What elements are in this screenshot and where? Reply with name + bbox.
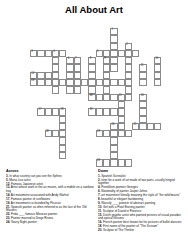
empty-region bbox=[45, 43, 52, 50]
grid-cell[interactable] bbox=[118, 130, 125, 137]
empty-region bbox=[110, 86, 117, 93]
empty-region bbox=[74, 159, 81, 166]
grid-cell[interactable]: 18 bbox=[59, 108, 66, 115]
clue-number: 17 bbox=[39, 109, 42, 112]
grid-cell[interactable] bbox=[103, 64, 110, 71]
grid-cell[interactable] bbox=[74, 72, 81, 79]
empty-region bbox=[45, 57, 52, 64]
empty-region bbox=[154, 108, 161, 115]
empty-region bbox=[45, 94, 52, 101]
empty-region bbox=[81, 130, 88, 137]
clue-number: 11 bbox=[141, 65, 144, 68]
empty-region bbox=[96, 57, 103, 64]
grid-cell[interactable] bbox=[52, 108, 59, 115]
grid-cell[interactable] bbox=[154, 64, 161, 71]
empty-region bbox=[59, 159, 66, 166]
grid-cell[interactable] bbox=[110, 50, 117, 57]
empty-region bbox=[88, 137, 95, 144]
grid-cell[interactable] bbox=[103, 72, 110, 79]
empty-region bbox=[96, 64, 103, 71]
grid-cell[interactable] bbox=[110, 137, 117, 144]
empty-region bbox=[37, 159, 44, 166]
empty-region bbox=[154, 94, 161, 101]
empty-region bbox=[103, 43, 110, 50]
grid-cell[interactable]: 9 bbox=[103, 57, 110, 64]
empty-region bbox=[37, 145, 44, 152]
empty-region bbox=[45, 152, 52, 159]
empty-region bbox=[125, 116, 132, 123]
grid-cell[interactable] bbox=[103, 108, 110, 115]
grid-cell[interactable] bbox=[88, 79, 95, 86]
empty-region bbox=[74, 108, 81, 115]
empty-region bbox=[66, 35, 73, 42]
empty-region bbox=[139, 35, 146, 42]
empty-region bbox=[37, 86, 44, 93]
clue-number: 10 bbox=[155, 58, 158, 61]
grid-cell[interactable]: 8 bbox=[88, 57, 95, 64]
grid-cell[interactable] bbox=[110, 64, 117, 71]
grid-cell[interactable] bbox=[125, 86, 132, 93]
worksheet-page: All About Art 12345678910111213141516171… bbox=[0, 0, 188, 243]
grid-cell[interactable] bbox=[125, 50, 132, 57]
empty-region bbox=[125, 145, 132, 152]
grid-cell[interactable] bbox=[132, 50, 139, 57]
empty-region bbox=[74, 28, 81, 35]
grid-cell[interactable] bbox=[118, 101, 125, 108]
grid-cell[interactable] bbox=[45, 50, 52, 57]
empty-region bbox=[118, 64, 125, 71]
empty-region bbox=[110, 72, 117, 79]
clue-number: 5 bbox=[97, 51, 98, 54]
clue-number: 7 bbox=[75, 58, 76, 61]
clue-number: 12 bbox=[31, 73, 34, 76]
empty-region bbox=[30, 57, 37, 64]
empty-region bbox=[147, 86, 154, 93]
empty-region bbox=[88, 43, 95, 50]
empty-region bbox=[110, 116, 117, 123]
grid-cell[interactable] bbox=[52, 130, 59, 137]
empty-region bbox=[52, 137, 59, 144]
grid-cell[interactable] bbox=[74, 86, 81, 93]
clue-number: 20 bbox=[112, 124, 115, 127]
grid-cell[interactable]: 5 bbox=[96, 50, 103, 57]
crossword-grid: 123456789101112131415161718192021222324 bbox=[30, 28, 161, 167]
empty-region bbox=[132, 43, 139, 50]
grid-cell[interactable] bbox=[118, 79, 125, 86]
empty-region bbox=[88, 116, 95, 123]
empty-region bbox=[66, 123, 73, 130]
grid-cell[interactable]: 2 bbox=[125, 43, 132, 50]
empty-region bbox=[118, 137, 125, 144]
grid-cell[interactable]: 24 bbox=[96, 159, 103, 166]
empty-region bbox=[139, 50, 146, 57]
empty-region bbox=[52, 94, 59, 101]
empty-region bbox=[132, 35, 139, 42]
empty-region bbox=[103, 28, 110, 35]
grid-cell[interactable] bbox=[125, 64, 132, 71]
grid-cell[interactable] bbox=[52, 57, 59, 64]
empty-region bbox=[132, 86, 139, 93]
empty-region bbox=[96, 35, 103, 42]
empty-region bbox=[74, 35, 81, 42]
grid-cell[interactable] bbox=[110, 152, 117, 159]
empty-region bbox=[30, 35, 37, 42]
empty-region bbox=[125, 137, 132, 144]
empty-region bbox=[125, 101, 132, 108]
empty-region bbox=[74, 123, 81, 130]
grid-cell[interactable] bbox=[110, 159, 117, 166]
empty-region bbox=[147, 152, 154, 159]
empty-region bbox=[103, 137, 110, 144]
empty-region bbox=[147, 130, 154, 137]
empty-region bbox=[45, 101, 52, 108]
grid-cell[interactable] bbox=[139, 116, 146, 123]
empty-region bbox=[103, 145, 110, 152]
empty-region bbox=[147, 79, 154, 86]
grid-cell[interactable] bbox=[59, 137, 66, 144]
empty-region bbox=[30, 145, 37, 152]
empty-region bbox=[74, 137, 81, 144]
clue-item-text: Artist whose work in the air moves, with… bbox=[6, 185, 94, 192]
grid-cell[interactable] bbox=[110, 43, 117, 50]
grid-cell[interactable] bbox=[103, 86, 110, 93]
empty-region bbox=[74, 145, 81, 152]
grid-cell[interactable]: 6 bbox=[66, 57, 73, 64]
empty-region bbox=[59, 64, 66, 71]
grid-cell[interactable] bbox=[110, 108, 117, 115]
grid-cell[interactable] bbox=[45, 72, 52, 79]
empty-region bbox=[88, 152, 95, 159]
empty-region bbox=[96, 137, 103, 144]
empty-region bbox=[132, 137, 139, 144]
empty-region bbox=[96, 72, 103, 79]
grid-cell[interactable]: 4 bbox=[52, 50, 59, 57]
puzzle-title: All About Art bbox=[0, 4, 188, 15]
empty-region bbox=[132, 152, 139, 159]
empty-region bbox=[147, 35, 154, 42]
grid-cell[interactable]: 7 bbox=[74, 57, 81, 64]
grid-cell[interactable] bbox=[96, 94, 103, 101]
grid-cell[interactable] bbox=[81, 79, 88, 86]
empty-region bbox=[81, 64, 88, 71]
grid-cell[interactable]: 21 bbox=[132, 123, 139, 130]
empty-region bbox=[37, 130, 44, 137]
grid-cell[interactable] bbox=[147, 123, 154, 130]
grid-cell[interactable] bbox=[139, 72, 146, 79]
across-clue-list: 3. In what country can you see the Sphin… bbox=[6, 175, 94, 225]
empty-region bbox=[154, 28, 161, 35]
clue-item: 20. Sculptor of The Thinker bbox=[98, 229, 186, 232]
grid-cell[interactable] bbox=[66, 86, 73, 93]
grid-cell[interactable] bbox=[59, 50, 66, 57]
empty-region bbox=[45, 86, 52, 93]
grid-cell[interactable] bbox=[118, 116, 125, 123]
empty-region bbox=[147, 43, 154, 50]
empty-region bbox=[147, 116, 154, 123]
empty-region bbox=[125, 35, 132, 42]
down-clue-list: 1. Spanish Surrealist2. term for a work … bbox=[98, 175, 186, 233]
grid-cell[interactable] bbox=[66, 64, 73, 71]
empty-region bbox=[52, 145, 59, 152]
grid-cell[interactable] bbox=[125, 94, 132, 101]
grid-cell[interactable] bbox=[154, 79, 161, 86]
empty-region bbox=[66, 94, 73, 101]
empty-region bbox=[45, 64, 52, 71]
empty-region bbox=[66, 43, 73, 50]
grid-cell[interactable] bbox=[45, 79, 52, 86]
empty-region bbox=[154, 86, 161, 93]
empty-region bbox=[139, 43, 146, 50]
empty-region bbox=[132, 94, 139, 101]
empty-region bbox=[154, 101, 161, 108]
grid-cell[interactable] bbox=[103, 79, 110, 86]
empty-region bbox=[30, 94, 37, 101]
grid-cell[interactable] bbox=[103, 130, 110, 137]
empty-region bbox=[139, 159, 146, 166]
empty-region bbox=[30, 64, 37, 71]
grid-cell[interactable]: 15 bbox=[118, 94, 125, 101]
empty-region bbox=[147, 28, 154, 35]
grid-cell[interactable] bbox=[52, 72, 59, 79]
grid-cell[interactable]: 11 bbox=[139, 64, 146, 71]
empty-region bbox=[132, 145, 139, 152]
empty-region bbox=[154, 159, 161, 166]
empty-region bbox=[74, 130, 81, 137]
empty-region bbox=[103, 35, 110, 42]
empty-region bbox=[81, 108, 88, 115]
empty-region bbox=[147, 108, 154, 115]
empty-region bbox=[30, 137, 37, 144]
grid-cell[interactable] bbox=[74, 79, 81, 86]
empty-region bbox=[66, 28, 73, 35]
clue-number: 3 bbox=[31, 51, 32, 54]
down-heading: Down bbox=[98, 169, 186, 173]
grid-cell[interactable]: 23 bbox=[96, 130, 103, 137]
empty-region bbox=[59, 57, 66, 64]
grid-cell[interactable]: 10 bbox=[154, 57, 161, 64]
empty-region bbox=[88, 145, 95, 152]
empty-region bbox=[37, 123, 44, 130]
empty-region bbox=[118, 28, 125, 35]
grid-cell[interactable] bbox=[59, 79, 66, 86]
grid-cell[interactable] bbox=[110, 35, 117, 42]
clue-number: 1 bbox=[112, 29, 113, 32]
empty-region bbox=[30, 123, 37, 130]
grid-cell[interactable] bbox=[125, 159, 132, 166]
empty-region bbox=[37, 43, 44, 50]
empty-region bbox=[118, 35, 125, 42]
empty-region bbox=[147, 101, 154, 108]
empty-region bbox=[118, 57, 125, 64]
grid-cell[interactable] bbox=[118, 123, 125, 130]
grid-cell[interactable] bbox=[37, 72, 44, 79]
clue-number: 2 bbox=[126, 44, 127, 47]
empty-region bbox=[147, 137, 154, 144]
empty-region bbox=[81, 159, 88, 166]
grid-cell[interactable]: 12 bbox=[30, 72, 37, 79]
empty-region bbox=[139, 86, 146, 93]
grid-cell[interactable] bbox=[66, 79, 73, 86]
empty-region bbox=[103, 101, 110, 108]
empty-region bbox=[81, 145, 88, 152]
empty-region bbox=[125, 152, 132, 159]
empty-region bbox=[139, 130, 146, 137]
empty-region bbox=[59, 86, 66, 93]
empty-region bbox=[154, 130, 161, 137]
empty-region bbox=[66, 130, 73, 137]
empty-region bbox=[37, 57, 44, 64]
empty-region bbox=[59, 35, 66, 42]
grid-cell[interactable] bbox=[139, 79, 146, 86]
grid-cell[interactable] bbox=[52, 64, 59, 71]
grid-cell[interactable] bbox=[52, 79, 59, 86]
clue-number: 16 bbox=[141, 95, 144, 98]
grid-cell[interactable] bbox=[37, 79, 44, 86]
clue-number: 6 bbox=[68, 58, 69, 61]
empty-region bbox=[30, 101, 37, 108]
empty-region bbox=[45, 159, 52, 166]
grid-cell[interactable] bbox=[88, 86, 95, 93]
empty-region bbox=[81, 50, 88, 57]
down-clues-section: Down 1. Spanish Surrealist2. term for a … bbox=[98, 169, 186, 233]
empty-region bbox=[37, 35, 44, 42]
grid-cell[interactable]: 17 bbox=[37, 108, 44, 115]
empty-region bbox=[81, 72, 88, 79]
clue-number: 18 bbox=[60, 109, 63, 112]
grid-cell[interactable]: 14 bbox=[88, 94, 95, 101]
grid-cell[interactable] bbox=[110, 145, 117, 152]
empty-region bbox=[74, 152, 81, 159]
empty-region bbox=[154, 152, 161, 159]
grid-cell[interactable] bbox=[37, 50, 44, 57]
grid-cell[interactable] bbox=[110, 79, 117, 86]
empty-region bbox=[96, 86, 103, 93]
empty-region bbox=[37, 152, 44, 159]
grid-cell[interactable] bbox=[88, 64, 95, 71]
grid-cell[interactable] bbox=[59, 145, 66, 152]
empty-region bbox=[30, 116, 37, 123]
grid-cell[interactable]: 20 bbox=[110, 123, 117, 130]
empty-region bbox=[139, 28, 146, 35]
empty-region bbox=[81, 94, 88, 101]
empty-region bbox=[66, 145, 73, 152]
empty-region bbox=[37, 137, 44, 144]
empty-region bbox=[81, 86, 88, 93]
grid-cell[interactable] bbox=[125, 72, 132, 79]
empty-region bbox=[147, 64, 154, 71]
empty-region bbox=[132, 108, 139, 115]
empty-region bbox=[45, 28, 52, 35]
empty-region bbox=[81, 57, 88, 64]
grid-cell[interactable] bbox=[118, 159, 125, 166]
clue-number: 14 bbox=[90, 95, 93, 98]
grid-cell[interactable] bbox=[118, 50, 125, 57]
empty-region bbox=[88, 159, 95, 166]
clue-number: 23 bbox=[97, 131, 100, 134]
empty-region bbox=[147, 159, 154, 166]
clue-item: 24. Starry Night painter bbox=[6, 221, 94, 224]
empty-region bbox=[96, 101, 103, 108]
grid-cell[interactable] bbox=[59, 123, 66, 130]
grid-cell[interactable] bbox=[96, 79, 103, 86]
empty-region bbox=[30, 130, 37, 137]
empty-region bbox=[52, 116, 59, 123]
grid-cell[interactable] bbox=[110, 94, 117, 101]
clue-number: 19 bbox=[90, 109, 93, 112]
empty-region bbox=[66, 159, 73, 166]
grid-cell[interactable] bbox=[139, 123, 146, 130]
grid-cell[interactable] bbox=[59, 152, 66, 159]
empty-region bbox=[139, 152, 146, 159]
grid-cell[interactable] bbox=[88, 72, 95, 79]
grid-cell[interactable] bbox=[139, 108, 146, 115]
grid-cell[interactable] bbox=[103, 159, 110, 166]
empty-region bbox=[118, 86, 125, 93]
empty-region bbox=[52, 159, 59, 166]
grid-cell[interactable] bbox=[52, 86, 59, 93]
empty-region bbox=[81, 101, 88, 108]
empty-region bbox=[96, 43, 103, 50]
clue-item-text: Starry Night painter bbox=[10, 220, 37, 224]
grid-cell[interactable]: 19 bbox=[88, 108, 95, 115]
empty-region bbox=[52, 28, 59, 35]
grid-cell[interactable] bbox=[96, 108, 103, 115]
grid-cell[interactable] bbox=[103, 94, 110, 101]
grid-cell[interactable]: 16 bbox=[139, 94, 146, 101]
empty-region bbox=[147, 94, 154, 101]
empty-region bbox=[81, 123, 88, 130]
empty-region bbox=[37, 64, 44, 71]
grid-cell[interactable] bbox=[125, 130, 132, 137]
empty-region bbox=[81, 152, 88, 159]
grid-cell[interactable] bbox=[45, 108, 52, 115]
empty-region bbox=[30, 43, 37, 50]
grid-cell[interactable]: 3 bbox=[30, 50, 37, 57]
grid-cell[interactable] bbox=[118, 108, 125, 115]
grid-cell[interactable] bbox=[154, 123, 161, 130]
grid-cell[interactable] bbox=[66, 72, 73, 79]
clue-number: 22 bbox=[46, 131, 49, 134]
empty-region bbox=[139, 137, 146, 144]
clue-item-text: Sculptor of The Thinker bbox=[102, 228, 134, 232]
empty-region bbox=[132, 159, 139, 166]
grid-cell[interactable]: 13 bbox=[30, 79, 37, 86]
empty-region bbox=[118, 72, 125, 79]
empty-region bbox=[81, 35, 88, 42]
grid-cell[interactable] bbox=[125, 79, 132, 86]
empty-region bbox=[132, 116, 139, 123]
empty-region bbox=[154, 137, 161, 144]
empty-region bbox=[110, 101, 117, 108]
grid-cell[interactable]: 22 bbox=[45, 130, 52, 137]
empty-region bbox=[74, 101, 81, 108]
across-clues-section: Across 3. In what country can you see th… bbox=[6, 169, 94, 225]
grid-cell[interactable]: 1 bbox=[110, 28, 117, 35]
grid-cell[interactable] bbox=[59, 130, 66, 137]
empty-region bbox=[132, 101, 139, 108]
grid-cell[interactable] bbox=[125, 57, 132, 64]
clue-number: 21 bbox=[133, 124, 136, 127]
grid-cell[interactable] bbox=[139, 101, 146, 108]
grid-cell[interactable] bbox=[110, 57, 117, 64]
empty-region bbox=[52, 152, 59, 159]
empty-region bbox=[118, 145, 125, 152]
empty-region bbox=[30, 28, 37, 35]
grid-cell[interactable] bbox=[110, 130, 117, 137]
grid-cell[interactable] bbox=[59, 116, 66, 123]
grid-cell[interactable] bbox=[74, 64, 81, 71]
grid-cell[interactable] bbox=[154, 72, 161, 79]
